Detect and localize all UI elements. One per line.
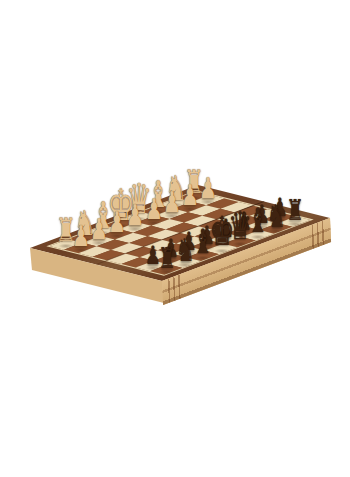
black-rook: ♜ [158,244,176,273]
black-rook: ♜ [286,196,304,225]
white-pawn: ♟ [145,195,163,224]
white-pawn: ♟ [181,181,199,210]
chess-set-photo: ♜♟♞♟♝♟♛♟♟♜♚♟♟♞♝♟♟♝♞♟♟♛♜♟♟♚♟♝♟♞♟♜ [0,0,350,477]
black-bishop: ♝ [193,226,214,259]
white-pawn: ♟ [108,209,126,238]
white-pawn: ♟ [126,202,144,231]
white-pawn: ♟ [72,222,90,251]
white-pawn: ♟ [199,174,217,203]
white-pawn: ♟ [90,215,108,244]
black-knight: ♞ [267,200,286,231]
black-knight: ♞ [176,235,195,266]
white-pawn: ♟ [163,188,181,217]
